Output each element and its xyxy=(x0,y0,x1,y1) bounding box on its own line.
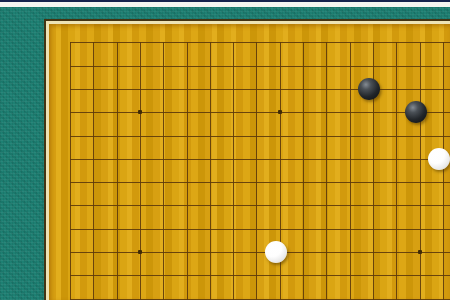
grid-line-vertical-0 xyxy=(70,42,71,300)
grid-line-vertical-1 xyxy=(93,42,94,300)
grid-line-vertical-15 xyxy=(420,42,421,300)
grid-line-horizontal-1 xyxy=(70,66,450,67)
grid-line-horizontal-0 xyxy=(70,42,450,43)
grid-line-horizontal-7 xyxy=(70,205,450,206)
go-app-screen: ●●○○ xyxy=(0,0,450,300)
grid-line-vertical-4 xyxy=(163,42,164,300)
grid-line-vertical-11 xyxy=(326,42,327,300)
grid-line-vertical-3 xyxy=(140,42,141,300)
grid-line-horizontal-3 xyxy=(70,112,450,113)
star-point-3-9 xyxy=(138,250,142,254)
star-point-3-3 xyxy=(138,110,142,114)
grid-line-vertical-16 xyxy=(443,42,444,300)
star-point-15-9 xyxy=(418,250,422,254)
grid-line-horizontal-8 xyxy=(70,229,450,230)
black-stone-Q16[interactable]: ● xyxy=(405,101,427,123)
grid-line-vertical-7 xyxy=(233,42,234,300)
white-stone-R14[interactable]: ○ xyxy=(428,148,450,170)
grid-line-horizontal-9 xyxy=(70,252,450,253)
grid-line-horizontal-4 xyxy=(70,136,450,137)
grid-line-horizontal-2 xyxy=(70,89,450,90)
grid-line-vertical-2 xyxy=(117,42,118,300)
white-stone-K10[interactable]: ○ xyxy=(265,241,287,263)
grid-line-vertical-10 xyxy=(303,42,304,300)
grid-line-vertical-5 xyxy=(187,42,188,300)
grid-line-vertical-8 xyxy=(256,42,257,300)
grid-line-vertical-6 xyxy=(210,42,211,300)
board-grid-layer: ●●○○ xyxy=(0,0,450,300)
star-point-9-3 xyxy=(278,110,282,114)
grid-line-horizontal-5 xyxy=(70,159,450,160)
grid-line-vertical-14 xyxy=(396,42,397,300)
black-stone-O17[interactable]: ● xyxy=(358,78,380,100)
grid-line-horizontal-6 xyxy=(70,182,450,183)
grid-line-horizontal-10 xyxy=(70,275,450,276)
grid-line-vertical-12 xyxy=(350,42,351,300)
